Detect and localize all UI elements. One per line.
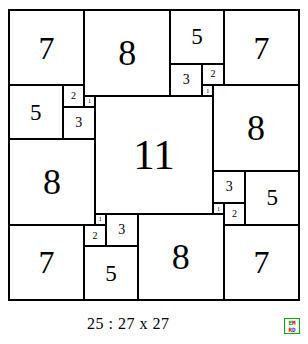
square-size-label: 2 [232, 209, 237, 219]
square-cell: 2 [224, 203, 245, 224]
square-cell: 1 [213, 203, 224, 214]
caption: 25 : 27 x 27 [87, 315, 169, 333]
square-size-label: 8 [43, 164, 61, 200]
logo-row: EM [288, 319, 295, 326]
square-cell: 3 [213, 171, 245, 203]
logo-letter: D [292, 326, 296, 333]
square-cell: 3 [170, 64, 202, 96]
squared-square-diagram: 78573215281113835121387257 25 : 27 x 27 … [0, 0, 308, 344]
square-cell: 1 [202, 85, 213, 96]
square-size-label: 1 [88, 98, 91, 104]
square-cell: 1 [84, 96, 95, 107]
square-cell: 5 [245, 171, 299, 225]
square-cell: 2 [84, 225, 105, 246]
square-cell: 7 [9, 225, 84, 300]
square-cell: 3 [106, 214, 138, 246]
square-cell: 2 [202, 64, 223, 85]
square-size-label: 3 [75, 116, 82, 130]
square-cell: 8 [213, 85, 299, 171]
square-size-label: 2 [92, 231, 97, 241]
square-size-label: 7 [39, 246, 55, 278]
square-size-label: 8 [172, 239, 190, 275]
square-size-label: 8 [118, 35, 136, 71]
logo-row: RD [288, 326, 295, 333]
square-size-label: 5 [191, 25, 203, 48]
logo-letter: M [292, 319, 296, 326]
square-size-label: 3 [183, 73, 190, 87]
square-cell: 8 [9, 139, 95, 225]
square-cell: 11 [95, 96, 213, 214]
square-size-label: 11 [133, 133, 174, 176]
square-size-label: 7 [253, 246, 269, 278]
square-size-label: 2 [71, 91, 76, 101]
square-cell: 5 [170, 10, 224, 64]
square-size-label: 1 [99, 216, 102, 222]
square-size-label: 3 [226, 180, 233, 194]
squared-square-board: 78573215281113835121387257 [8, 9, 300, 301]
square-size-label: 5 [30, 101, 42, 124]
square-size-label: 5 [266, 186, 278, 209]
square-cell: 2 [63, 85, 84, 106]
square-size-label: 2 [211, 69, 216, 79]
square-cell: 3 [63, 107, 95, 139]
square-size-label: 7 [253, 32, 269, 64]
square-size-label: 7 [39, 32, 55, 64]
square-size-label: 8 [247, 110, 265, 146]
square-cell: 7 [224, 10, 299, 85]
square-cell: 7 [9, 10, 84, 85]
square-cell: 1 [95, 214, 106, 225]
square-cell: 5 [84, 246, 138, 300]
square-cell: 8 [138, 214, 224, 300]
square-cell: 7 [224, 225, 299, 300]
square-cell: 8 [84, 10, 170, 96]
square-size-label: 1 [206, 88, 209, 94]
square-size-label: 1 [217, 206, 220, 212]
square-size-label: 5 [105, 262, 117, 285]
square-cell: 5 [9, 85, 63, 139]
square-size-label: 3 [118, 223, 125, 237]
logo-badge: EMRD [284, 318, 300, 334]
